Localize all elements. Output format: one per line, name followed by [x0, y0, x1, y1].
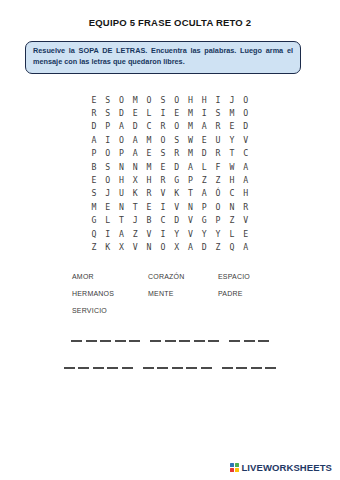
answer-word-blank[interactable]	[222, 367, 277, 369]
word-list-item: HERMANOS	[72, 290, 148, 297]
grid-cell-r7c12[interactable]: A	[239, 173, 253, 186]
answer-word-blank[interactable]	[229, 340, 269, 342]
answer-word-blank[interactable]	[150, 340, 219, 342]
grid-cell-r12c4[interactable]: V	[128, 240, 142, 253]
grid-cell-r7c2[interactable]: O	[101, 173, 115, 186]
answer-word-blank[interactable]	[143, 367, 212, 369]
grid-cell-r9c4[interactable]: T	[128, 200, 142, 213]
grid-cell-r6c5[interactable]: M	[142, 160, 156, 173]
grid-cell-r9c1[interactable]: M	[87, 200, 101, 213]
grid-cell-r4c6[interactable]: O	[156, 133, 170, 146]
footer: LIVEWORKSHEETS	[230, 462, 332, 473]
grid-cell-r1c9[interactable]: H	[197, 93, 211, 106]
grid-cell-r9c5[interactable]: E	[142, 200, 156, 213]
grid-cell-r12c8[interactable]: A	[184, 240, 198, 253]
grid-cell-r12c3[interactable]: X	[115, 240, 129, 253]
liveworksheets-logo-icon	[230, 463, 239, 472]
grid-cell-r11c4[interactable]: Z	[128, 227, 142, 240]
word-list-item: AMOR	[72, 273, 148, 280]
letter-blank[interactable]	[115, 340, 126, 342]
grid-cell-r7c9[interactable]: Z	[197, 173, 211, 186]
grid-cell-r7c7[interactable]: G	[170, 173, 184, 186]
letter-blank[interactable]	[157, 367, 168, 369]
grid-cell-r7c6[interactable]: R	[156, 173, 170, 186]
grid-cell-r12c2[interactable]: K	[101, 240, 115, 253]
grid-cell-r2c8[interactable]: M	[184, 106, 198, 119]
grid-cell-r11c1[interactable]: Q	[87, 227, 101, 240]
grid-cell-r9c11[interactable]: N	[225, 200, 239, 213]
grid-cell-r5c1[interactable]: P	[87, 147, 101, 160]
grid-cell-r1c2[interactable]: S	[101, 93, 115, 106]
logo-square	[235, 463, 239, 467]
grid-cell-r7c10[interactable]: Z	[211, 173, 225, 186]
grid-cell-r1c4[interactable]: M	[128, 93, 142, 106]
letter-blank[interactable]	[143, 367, 154, 369]
grid-cell-r4c2[interactable]: I	[101, 133, 115, 146]
grid-cell-r8c2[interactable]: J	[101, 187, 115, 200]
grid-cell-r8c7[interactable]: K	[170, 187, 184, 200]
grid-cell-r11c12[interactable]: E	[239, 227, 253, 240]
grid-cell-r8c11[interactable]: C	[225, 187, 239, 200]
grid-cell-r3c10[interactable]: R	[211, 120, 225, 133]
instructions-text: Resuelve la SOPA DE LETRAS. Encuentra la…	[33, 46, 293, 68]
grid-cell-r6c9[interactable]: L	[197, 160, 211, 173]
grid-cell-r10c8[interactable]: V	[184, 214, 198, 227]
grid-cell-r5c5[interactable]: E	[142, 147, 156, 160]
grid-cell-r3c8[interactable]: M	[184, 120, 198, 133]
letter-blank[interactable]	[208, 340, 219, 342]
grid-cell-r8c4[interactable]: K	[128, 187, 142, 200]
grid-cell-r6c4[interactable]: N	[128, 160, 142, 173]
grid-cell-r12c12[interactable]: A	[239, 240, 253, 253]
grid-cell-r11c10[interactable]: Y	[211, 227, 225, 240]
letter-blank[interactable]	[100, 340, 111, 342]
letter-blank[interactable]	[172, 367, 183, 369]
grid-cell-r10c11[interactable]: Z	[225, 214, 239, 227]
grid-cell-r5c11[interactable]: T	[225, 147, 239, 160]
grid-cell-r4c10[interactable]: U	[211, 133, 225, 146]
grid-cell-r2c6[interactable]: I	[156, 106, 170, 119]
grid-cell-r12c10[interactable]: Z	[211, 240, 225, 253]
letter-blank[interactable]	[265, 367, 276, 369]
word-search-grid: ESOMOSOHHIJORSDELIEMISMODPADCROMAREDAIOA…	[87, 93, 253, 254]
grid-cell-r5c8[interactable]: M	[184, 147, 198, 160]
grid-cell-r4c11[interactable]: Y	[225, 133, 239, 146]
grid-cell-r2c2[interactable]: S	[101, 106, 115, 119]
letter-blank[interactable]	[107, 367, 118, 369]
grid-cell-r6c8[interactable]: A	[184, 160, 198, 173]
grid-cell-r2c12[interactable]: O	[239, 106, 253, 119]
grid-cell-r4c3[interactable]: O	[115, 133, 129, 146]
grid-cell-r1c8[interactable]: H	[184, 93, 198, 106]
grid-cell-r7c11[interactable]: H	[225, 173, 239, 186]
grid-cell-r8c12[interactable]: H	[239, 187, 253, 200]
grid-cell-r6c7[interactable]: D	[170, 160, 184, 173]
grid-cell-r5c12[interactable]: C	[239, 147, 253, 160]
grid-cell-r2c11[interactable]: M	[225, 106, 239, 119]
grid-cell-r3c4[interactable]: D	[128, 120, 142, 133]
grid-cell-r1c11[interactable]: J	[225, 93, 239, 106]
word-list: AMORCORAZÓNESPACIOHERMANOSMENTEPADRESERV…	[72, 273, 308, 314]
grid-cell-r12c5[interactable]: N	[142, 240, 156, 253]
grid-cell-r4c7[interactable]: S	[170, 133, 184, 146]
grid-cell-r8c8[interactable]: T	[184, 187, 198, 200]
grid-cell-r6c10[interactable]: F	[211, 160, 225, 173]
grid-cell-r5c10[interactable]: R	[211, 147, 225, 160]
grid-cell-r9c6[interactable]: I	[156, 200, 170, 213]
word-list-item: ESPACIO	[218, 273, 308, 280]
grid-cell-r10c1[interactable]: G	[87, 214, 101, 227]
grid-cell-r11c6[interactable]: I	[156, 227, 170, 240]
answer-word-blank[interactable]	[64, 367, 133, 369]
liveworksheets-brand: LIVEWORKSHEETS	[241, 462, 332, 473]
letter-blank[interactable]	[201, 367, 212, 369]
grid-cell-r7c5[interactable]: H	[142, 173, 156, 186]
answer-line-1	[0, 338, 340, 342]
grid-cell-r12c7[interactable]: X	[170, 240, 184, 253]
answer-line-2	[0, 365, 340, 369]
letter-blank[interactable]	[93, 367, 104, 369]
word-list-item: MENTE	[148, 290, 218, 297]
grid-cell-r4c1[interactable]: A	[87, 133, 101, 146]
grid-cell-r4c5[interactable]: M	[142, 133, 156, 146]
grid-cell-r1c3[interactable]: O	[115, 93, 129, 106]
grid-cell-r3c3[interactable]: A	[115, 120, 129, 133]
grid-cell-r11c7[interactable]: Y	[170, 227, 184, 240]
letter-blank[interactable]	[194, 340, 205, 342]
grid-cell-r12c9[interactable]: D	[197, 240, 211, 253]
letter-blank[interactable]	[71, 340, 82, 342]
grid-cell-r3c9[interactable]: A	[197, 120, 211, 133]
grid-cell-r8c10[interactable]: Ó	[211, 187, 225, 200]
grid-cell-r11c3[interactable]: A	[115, 227, 129, 240]
grid-cell-r5c6[interactable]: S	[156, 147, 170, 160]
word-list-item: CORAZÓN	[148, 273, 218, 280]
grid-cell-r8c9[interactable]: A	[197, 187, 211, 200]
grid-cell-r6c2[interactable]: S	[101, 160, 115, 173]
grid-cell-r7c3[interactable]: H	[115, 173, 129, 186]
grid-cell-r6c11[interactable]: W	[225, 160, 239, 173]
letter-blank[interactable]	[122, 367, 133, 369]
grid-cell-r3c11[interactable]: E	[225, 120, 239, 133]
letter-blank[interactable]	[236, 367, 247, 369]
grid-cell-r1c12[interactable]: O	[239, 93, 253, 106]
grid-cell-r1c5[interactable]: O	[142, 93, 156, 106]
grid-cell-r9c9[interactable]: P	[197, 200, 211, 213]
grid-cell-r11c8[interactable]: V	[184, 227, 198, 240]
grid-cell-r1c6[interactable]: S	[156, 93, 170, 106]
grid-cell-r5c4[interactable]: A	[128, 147, 142, 160]
grid-cell-r2c10[interactable]: S	[211, 106, 225, 119]
grid-cell-r10c4[interactable]: J	[128, 214, 142, 227]
grid-cell-r9c3[interactable]: N	[115, 200, 129, 213]
grid-cell-r5c9[interactable]: D	[197, 147, 211, 160]
worksheet-page: EQUIPO 5 FRASE OCULTA RETO 2 Resuelve la…	[0, 0, 340, 480]
word-list-item: SERVICIO	[72, 307, 148, 314]
answer-word-blank[interactable]	[71, 340, 140, 342]
grid-cell-r3c6[interactable]: R	[156, 120, 170, 133]
letter-blank[interactable]	[251, 367, 262, 369]
grid-cell-r7c8[interactable]: P	[184, 173, 198, 186]
letter-blank[interactable]	[244, 340, 255, 342]
grid-cell-r3c5[interactable]: C	[142, 120, 156, 133]
instructions-box: Resuelve la SOPA DE LETRAS. Encuentra la…	[25, 41, 301, 74]
grid-cell-r9c10[interactable]: O	[211, 200, 225, 213]
grid-cell-r8c3[interactable]: U	[115, 187, 129, 200]
grid-cell-r1c1[interactable]: E	[87, 93, 101, 106]
grid-cell-r7c4[interactable]: X	[128, 173, 142, 186]
grid-cell-r5c7[interactable]: R	[170, 147, 184, 160]
grid-cell-r9c8[interactable]: N	[184, 200, 198, 213]
grid-cell-r11c11[interactable]: L	[225, 227, 239, 240]
grid-cell-r2c5[interactable]: L	[142, 106, 156, 119]
grid-cell-r11c2[interactable]: I	[101, 227, 115, 240]
grid-cell-r10c2[interactable]: L	[101, 214, 115, 227]
grid-cell-r3c2[interactable]: P	[101, 120, 115, 133]
grid-cell-r10c12[interactable]: V	[239, 214, 253, 227]
letter-blank[interactable]	[86, 340, 97, 342]
grid-cell-r10c10[interactable]: P	[211, 214, 225, 227]
grid-cell-r6c3[interactable]: N	[115, 160, 129, 173]
word-list-item: PADRE	[218, 290, 308, 297]
letter-blank[interactable]	[229, 340, 240, 342]
grid-cell-r3c7[interactable]: O	[170, 120, 184, 133]
grid-cell-r8c6[interactable]: V	[156, 187, 170, 200]
grid-cell-r5c3[interactable]: P	[115, 147, 129, 160]
grid-cell-r10c3[interactable]: T	[115, 214, 129, 227]
logo-square	[235, 468, 239, 472]
grid-cell-r10c7[interactable]: D	[170, 214, 184, 227]
grid-cell-r12c11[interactable]: Q	[225, 240, 239, 253]
grid-cell-r6c6[interactable]: E	[156, 160, 170, 173]
grid-cell-r7c1[interactable]: E	[87, 173, 101, 186]
grid-cell-r1c10[interactable]: I	[211, 93, 225, 106]
grid-cell-r10c6[interactable]: C	[156, 214, 170, 227]
grid-cell-r12c6[interactable]: O	[156, 240, 170, 253]
grid-cell-r10c5[interactable]: B	[142, 214, 156, 227]
grid-cell-r12c1[interactable]: Z	[87, 240, 101, 253]
letter-blank[interactable]	[78, 367, 89, 369]
letter-blank[interactable]	[64, 367, 75, 369]
letter-blank[interactable]	[150, 340, 161, 342]
grid-cell-r9c2[interactable]: E	[101, 200, 115, 213]
grid-cell-r5c2[interactable]: O	[101, 147, 115, 160]
letter-blank[interactable]	[129, 340, 140, 342]
grid-cell-r8c5[interactable]: R	[142, 187, 156, 200]
letter-blank[interactable]	[165, 340, 176, 342]
grid-cell-r2c1[interactable]: R	[87, 106, 101, 119]
grid-cell-r6c1[interactable]: B	[87, 160, 101, 173]
logo-square	[230, 463, 234, 467]
grid-cell-r10c9[interactable]: G	[197, 214, 211, 227]
grid-cell-r11c9[interactable]: Y	[197, 227, 211, 240]
grid-cell-r2c3[interactable]: D	[115, 106, 129, 119]
grid-cell-r2c7[interactable]: E	[170, 106, 184, 119]
grid-cell-r9c12[interactable]: R	[239, 200, 253, 213]
grid-cell-r3c12[interactable]: D	[239, 120, 253, 133]
grid-cell-r1c7[interactable]: O	[170, 93, 184, 106]
letter-blank[interactable]	[179, 340, 190, 342]
grid-cell-r9c7[interactable]: V	[170, 200, 184, 213]
grid-cell-r4c8[interactable]: W	[184, 133, 198, 146]
grid-cell-r8c1[interactable]: S	[87, 187, 101, 200]
letter-blank[interactable]	[186, 367, 197, 369]
logo-square	[230, 468, 234, 472]
grid-cell-r4c4[interactable]: A	[128, 133, 142, 146]
grid-cell-r4c12[interactable]: V	[239, 133, 253, 146]
grid-cell-r6c12[interactable]: A	[239, 160, 253, 173]
letter-blank[interactable]	[258, 340, 269, 342]
grid-cell-r4c9[interactable]: E	[197, 133, 211, 146]
letter-blank[interactable]	[222, 367, 233, 369]
page-title: EQUIPO 5 FRASE OCULTA RETO 2	[0, 17, 340, 28]
grid-cell-r2c9[interactable]: I	[197, 106, 211, 119]
grid-cell-r11c5[interactable]: V	[142, 227, 156, 240]
grid-cell-r2c4[interactable]: E	[128, 106, 142, 119]
grid-cell-r3c1[interactable]: D	[87, 120, 101, 133]
